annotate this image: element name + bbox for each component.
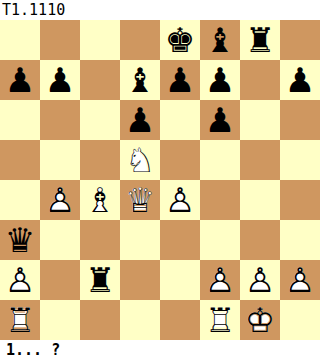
square-h1[interactable] bbox=[280, 300, 320, 340]
square-a6[interactable] bbox=[0, 100, 40, 140]
square-f1[interactable]: ♜♖ bbox=[200, 300, 240, 340]
piece-glyph: ♙ bbox=[280, 260, 320, 300]
piece-black-bishop: ♝ bbox=[120, 60, 160, 100]
piece-black-rook: ♜ bbox=[240, 20, 280, 60]
piece-black-pawn: ♟ bbox=[160, 60, 200, 100]
piece-white-bishop: ♝♗ bbox=[80, 180, 120, 220]
piece-glyph: ♟ bbox=[0, 60, 40, 100]
piece-glyph: ♟ bbox=[160, 60, 200, 100]
square-f8[interactable]: ♝ bbox=[200, 20, 240, 60]
piece-glyph: ♖ bbox=[0, 300, 40, 340]
piece-white-queen: ♛♕ bbox=[120, 180, 160, 220]
piece-black-queen: ♛ bbox=[0, 220, 40, 260]
piece-white-pawn: ♟♙ bbox=[40, 180, 80, 220]
piece-glyph: ♝ bbox=[200, 20, 240, 60]
square-a1[interactable]: ♜♖ bbox=[0, 300, 40, 340]
piece-glyph: ♙ bbox=[160, 180, 200, 220]
square-h3[interactable] bbox=[280, 220, 320, 260]
square-g1[interactable]: ♚♔ bbox=[240, 300, 280, 340]
piece-glyph: ♟ bbox=[120, 100, 160, 140]
piece-glyph: ♜ bbox=[80, 260, 120, 300]
square-b5[interactable] bbox=[40, 140, 80, 180]
square-f5[interactable] bbox=[200, 140, 240, 180]
piece-glyph: ♙ bbox=[40, 180, 80, 220]
square-c5[interactable] bbox=[80, 140, 120, 180]
square-d4[interactable]: ♛♕ bbox=[120, 180, 160, 220]
piece-glyph: ♜ bbox=[240, 20, 280, 60]
square-c8[interactable] bbox=[80, 20, 120, 60]
square-c1[interactable] bbox=[80, 300, 120, 340]
square-f6[interactable]: ♟ bbox=[200, 100, 240, 140]
square-e3[interactable] bbox=[160, 220, 200, 260]
piece-white-king: ♚♔ bbox=[240, 300, 280, 340]
piece-glyph: ♙ bbox=[240, 260, 280, 300]
square-e6[interactable] bbox=[160, 100, 200, 140]
square-h5[interactable] bbox=[280, 140, 320, 180]
square-d8[interactable] bbox=[120, 20, 160, 60]
piece-glyph: ♗ bbox=[80, 180, 120, 220]
piece-glyph: ♛ bbox=[0, 220, 40, 260]
square-b1[interactable] bbox=[40, 300, 80, 340]
square-f3[interactable] bbox=[200, 220, 240, 260]
square-g7[interactable] bbox=[240, 60, 280, 100]
square-d5[interactable]: ♞♘ bbox=[120, 140, 160, 180]
piece-white-pawn: ♟♙ bbox=[200, 260, 240, 300]
square-d6[interactable]: ♟ bbox=[120, 100, 160, 140]
square-b2[interactable] bbox=[40, 260, 80, 300]
square-e5[interactable] bbox=[160, 140, 200, 180]
piece-glyph: ♟ bbox=[280, 60, 320, 100]
move-prompt: 1... ? bbox=[6, 340, 60, 360]
square-d3[interactable] bbox=[120, 220, 160, 260]
square-g5[interactable] bbox=[240, 140, 280, 180]
piece-glyph: ♙ bbox=[200, 260, 240, 300]
square-c7[interactable] bbox=[80, 60, 120, 100]
square-h2[interactable]: ♟♙ bbox=[280, 260, 320, 300]
piece-black-king: ♚ bbox=[160, 20, 200, 60]
piece-white-knight: ♞♘ bbox=[120, 140, 160, 180]
square-a4[interactable] bbox=[0, 180, 40, 220]
square-c2[interactable]: ♜ bbox=[80, 260, 120, 300]
square-f7[interactable]: ♟ bbox=[200, 60, 240, 100]
square-h7[interactable]: ♟ bbox=[280, 60, 320, 100]
square-a2[interactable]: ♟♙ bbox=[0, 260, 40, 300]
piece-glyph: ♟ bbox=[200, 60, 240, 100]
piece-glyph: ♟ bbox=[200, 100, 240, 140]
square-f2[interactable]: ♟♙ bbox=[200, 260, 240, 300]
square-h6[interactable] bbox=[280, 100, 320, 140]
square-e7[interactable]: ♟ bbox=[160, 60, 200, 100]
piece-black-pawn: ♟ bbox=[200, 100, 240, 140]
square-b6[interactable] bbox=[40, 100, 80, 140]
piece-glyph: ♙ bbox=[0, 260, 40, 300]
square-a8[interactable] bbox=[0, 20, 40, 60]
piece-black-pawn: ♟ bbox=[0, 60, 40, 100]
piece-glyph: ♝ bbox=[120, 60, 160, 100]
chess-board: ♚♝♜♟♟♝♟♟♟♟♟♞♘♟♙♝♗♛♕♟♙♛♟♙♜♟♙♟♙♟♙♜♖♜♖♚♔ bbox=[0, 20, 320, 340]
square-e8[interactable]: ♚ bbox=[160, 20, 200, 60]
square-g8[interactable]: ♜ bbox=[240, 20, 280, 60]
square-c6[interactable] bbox=[80, 100, 120, 140]
square-c3[interactable] bbox=[80, 220, 120, 260]
piece-white-pawn: ♟♙ bbox=[280, 260, 320, 300]
square-h4[interactable] bbox=[280, 180, 320, 220]
square-d7[interactable]: ♝ bbox=[120, 60, 160, 100]
square-d2[interactable] bbox=[120, 260, 160, 300]
square-c4[interactable]: ♝♗ bbox=[80, 180, 120, 220]
square-e1[interactable] bbox=[160, 300, 200, 340]
piece-black-bishop: ♝ bbox=[200, 20, 240, 60]
square-g6[interactable] bbox=[240, 100, 280, 140]
piece-glyph: ♚ bbox=[160, 20, 200, 60]
square-a3[interactable]: ♛ bbox=[0, 220, 40, 260]
square-a7[interactable]: ♟ bbox=[0, 60, 40, 100]
square-d1[interactable] bbox=[120, 300, 160, 340]
square-a5[interactable] bbox=[0, 140, 40, 180]
square-g2[interactable]: ♟♙ bbox=[240, 260, 280, 300]
square-g4[interactable] bbox=[240, 180, 280, 220]
piece-black-pawn: ♟ bbox=[200, 60, 240, 100]
square-f4[interactable] bbox=[200, 180, 240, 220]
square-g3[interactable] bbox=[240, 220, 280, 260]
piece-black-pawn: ♟ bbox=[280, 60, 320, 100]
piece-glyph: ♔ bbox=[240, 300, 280, 340]
square-b3[interactable] bbox=[40, 220, 80, 260]
piece-white-pawn: ♟♙ bbox=[160, 180, 200, 220]
square-b8[interactable] bbox=[40, 20, 80, 60]
piece-glyph: ♖ bbox=[200, 300, 240, 340]
piece-glyph: ♘ bbox=[120, 140, 160, 180]
page-title: T1.1110 bbox=[2, 0, 65, 20]
chess-diagram: T1.1110 ♚♝♜♟♟♝♟♟♟♟♟♞♘♟♙♝♗♛♕♟♙♛♟♙♜♟♙♟♙♟♙♜… bbox=[0, 0, 320, 360]
square-b4[interactable]: ♟♙ bbox=[40, 180, 80, 220]
piece-white-rook: ♜♖ bbox=[200, 300, 240, 340]
square-h8[interactable] bbox=[280, 20, 320, 60]
piece-glyph: ♟ bbox=[40, 60, 80, 100]
square-b7[interactable]: ♟ bbox=[40, 60, 80, 100]
square-e2[interactable] bbox=[160, 260, 200, 300]
piece-white-rook: ♜♖ bbox=[0, 300, 40, 340]
piece-white-pawn: ♟♙ bbox=[0, 260, 40, 300]
piece-black-rook: ♜ bbox=[80, 260, 120, 300]
piece-white-pawn: ♟♙ bbox=[240, 260, 280, 300]
piece-black-pawn: ♟ bbox=[40, 60, 80, 100]
piece-glyph: ♕ bbox=[120, 180, 160, 220]
piece-black-pawn: ♟ bbox=[120, 100, 160, 140]
square-e4[interactable]: ♟♙ bbox=[160, 180, 200, 220]
